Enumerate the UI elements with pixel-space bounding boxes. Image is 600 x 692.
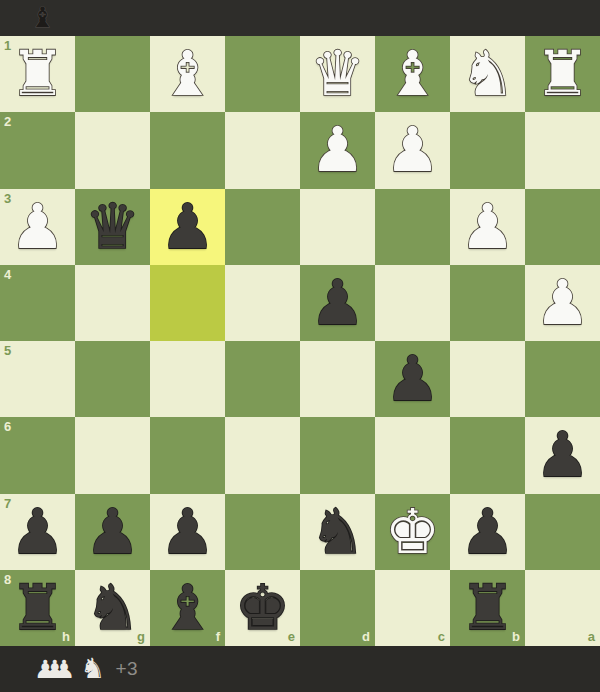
piece-black-pawn-d4[interactable]: ♟ — [300, 265, 375, 341]
square-b8[interactable]: ♜b — [450, 570, 525, 646]
piece-black-pawn-g7[interactable]: ♟ — [75, 494, 150, 570]
square-c5[interactable]: ♟ — [375, 341, 450, 417]
top-captured-pieces: ♝ — [30, 4, 55, 32]
square-a5[interactable] — [525, 341, 600, 417]
piece-white-pawn-c2[interactable]: ♟ — [375, 112, 450, 188]
piece-black-pawn-c5[interactable]: ♟ — [375, 341, 450, 417]
square-f3[interactable]: ♟ — [150, 189, 225, 265]
square-b7[interactable]: ♟ — [450, 494, 525, 570]
piece-black-pawn-f7[interactable]: ♟ — [150, 494, 225, 570]
piece-white-pawn-d2[interactable]: ♟ — [300, 112, 375, 188]
file-label-a: a — [588, 630, 595, 643]
square-a6[interactable]: ♟ — [525, 417, 600, 493]
top-player-bar: ♝ — [0, 0, 600, 36]
square-e2[interactable] — [225, 112, 300, 188]
square-h4[interactable]: 4 — [0, 265, 75, 341]
piece-black-knight-d7[interactable]: ♞ — [300, 494, 375, 570]
rank-label-5: 5 — [4, 344, 11, 357]
square-f1[interactable]: ♝ — [150, 36, 225, 112]
square-b1[interactable]: ♞ — [450, 36, 525, 112]
rank-label-8: 8 — [4, 573, 11, 586]
square-f6[interactable] — [150, 417, 225, 493]
square-a8[interactable]: a — [525, 570, 600, 646]
square-e4[interactable] — [225, 265, 300, 341]
rank-label-6: 6 — [4, 420, 11, 433]
square-g4[interactable] — [75, 265, 150, 341]
square-g1[interactable] — [75, 36, 150, 112]
piece-white-bishop-c1[interactable]: ♝ — [375, 36, 450, 112]
square-b4[interactable] — [450, 265, 525, 341]
square-h1[interactable]: ♜1 — [0, 36, 75, 112]
captured-white-knight-icon: ♞ — [80, 652, 105, 685]
piece-black-pawn-a6[interactable]: ♟ — [525, 417, 600, 493]
rank-label-1: 1 — [4, 39, 11, 52]
square-d3[interactable] — [300, 189, 375, 265]
rank-label-7: 7 — [4, 497, 11, 510]
captured-black-bishop-icon: ♝ — [30, 1, 55, 34]
piece-black-pawn-h7[interactable]: ♟ — [0, 494, 75, 570]
square-c2[interactable]: ♟ — [375, 112, 450, 188]
square-b5[interactable] — [450, 341, 525, 417]
square-c1[interactable]: ♝ — [375, 36, 450, 112]
piece-black-queen-g3[interactable]: ♛ — [75, 189, 150, 265]
file-label-e: e — [288, 630, 295, 643]
square-d2[interactable]: ♟ — [300, 112, 375, 188]
square-c8[interactable]: c — [375, 570, 450, 646]
square-b3[interactable]: ♟ — [450, 189, 525, 265]
rank-label-4: 4 — [4, 268, 11, 281]
square-h3[interactable]: ♟3 — [0, 189, 75, 265]
chess-app: ♝ ♜1♝♛♝♞♜2♟♟♟3♛♟♟4♟♟5♟6♟♟7♟♟♞♚♟♜8h♞g♝f♚e… — [0, 0, 600, 692]
piece-white-pawn-h3[interactable]: ♟ — [0, 189, 75, 265]
square-a3[interactable] — [525, 189, 600, 265]
bottom-player-bar: ♟♟♟♞ +3 — [0, 646, 600, 692]
piece-white-queen-d1[interactable]: ♛ — [300, 36, 375, 112]
square-g6[interactable] — [75, 417, 150, 493]
piece-white-pawn-a4[interactable]: ♟ — [525, 265, 600, 341]
square-b2[interactable] — [450, 112, 525, 188]
piece-white-knight-b1[interactable]: ♞ — [450, 36, 525, 112]
square-d1[interactable]: ♛ — [300, 36, 375, 112]
piece-black-pawn-b7[interactable]: ♟ — [450, 494, 525, 570]
square-g5[interactable] — [75, 341, 150, 417]
square-f4[interactable] — [150, 265, 225, 341]
piece-white-rook-a1[interactable]: ♜ — [525, 36, 600, 112]
square-g2[interactable] — [75, 112, 150, 188]
square-c4[interactable] — [375, 265, 450, 341]
square-e5[interactable] — [225, 341, 300, 417]
square-c6[interactable] — [375, 417, 450, 493]
file-label-d: d — [362, 630, 370, 643]
square-a4[interactable]: ♟ — [525, 265, 600, 341]
piece-black-bishop-f8[interactable]: ♝ — [150, 570, 225, 646]
bottom-captured-pieces: ♟♟♟♞ — [34, 655, 105, 683]
square-a7[interactable] — [525, 494, 600, 570]
square-g8[interactable]: ♞g — [75, 570, 150, 646]
material-advantage: +3 — [115, 658, 138, 680]
square-h7[interactable]: ♟7 — [0, 494, 75, 570]
square-c7[interactable]: ♚ — [375, 494, 450, 570]
square-h6[interactable]: 6 — [0, 417, 75, 493]
square-f5[interactable] — [150, 341, 225, 417]
chess-board: ♜1♝♛♝♞♜2♟♟♟3♛♟♟4♟♟5♟6♟♟7♟♟♞♚♟♜8h♞g♝f♚edc… — [0, 36, 600, 646]
piece-white-bishop-f1[interactable]: ♝ — [150, 36, 225, 112]
rank-label-3: 3 — [4, 192, 11, 205]
captured-white-pawn-icon: ♟ — [53, 655, 75, 684]
file-label-c: c — [438, 630, 445, 643]
piece-white-pawn-b3[interactable]: ♟ — [450, 189, 525, 265]
file-label-g: g — [137, 630, 145, 643]
square-f2[interactable] — [150, 112, 225, 188]
piece-black-pawn-f3[interactable]: ♟ — [150, 189, 225, 265]
square-d6[interactable] — [300, 417, 375, 493]
file-label-b: b — [512, 630, 520, 643]
rank-label-2: 2 — [4, 115, 11, 128]
square-g3[interactable]: ♛ — [75, 189, 150, 265]
piece-white-king-c7[interactable]: ♚ — [375, 494, 450, 570]
square-d8[interactable]: d — [300, 570, 375, 646]
square-d5[interactable] — [300, 341, 375, 417]
square-a2[interactable] — [525, 112, 600, 188]
square-f8[interactable]: ♝f — [150, 570, 225, 646]
square-c3[interactable] — [375, 189, 450, 265]
square-d4[interactable]: ♟ — [300, 265, 375, 341]
piece-white-rook-h1[interactable]: ♜ — [0, 36, 75, 112]
square-e3[interactable] — [225, 189, 300, 265]
square-g7[interactable]: ♟ — [75, 494, 150, 570]
square-h5[interactable]: 5 — [0, 341, 75, 417]
square-b6[interactable] — [450, 417, 525, 493]
square-d7[interactable]: ♞ — [300, 494, 375, 570]
square-h8[interactable]: ♜8h — [0, 570, 75, 646]
square-e8[interactable]: ♚e — [225, 570, 300, 646]
square-f7[interactable]: ♟ — [150, 494, 225, 570]
square-e6[interactable] — [225, 417, 300, 493]
square-e7[interactable] — [225, 494, 300, 570]
square-a1[interactable]: ♜ — [525, 36, 600, 112]
square-e1[interactable] — [225, 36, 300, 112]
file-label-f: f — [216, 630, 220, 643]
square-h2[interactable]: 2 — [0, 112, 75, 188]
file-label-h: h — [62, 630, 70, 643]
